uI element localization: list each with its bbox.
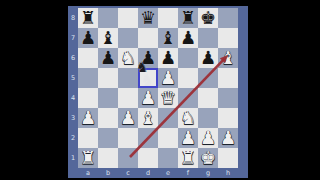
square-e7[interactable]: ♝ <box>158 28 178 48</box>
piece-black-rook-f8[interactable]: ♜ <box>180 8 196 28</box>
piece-white-pawn-a3[interactable]: ♟ <box>80 108 96 128</box>
rank-label-2: 2 <box>68 128 78 148</box>
square-e8[interactable] <box>158 8 178 28</box>
square-h6[interactable]: ♝ <box>218 48 238 68</box>
square-c3[interactable]: ♟ <box>118 108 138 128</box>
piece-white-bishop-d3[interactable]: ♝ <box>140 108 156 128</box>
square-h7[interactable] <box>218 28 238 48</box>
piece-black-pawn-a7[interactable]: ♟ <box>80 28 96 48</box>
piece-white-knight-f3[interactable]: ♞ <box>180 108 196 128</box>
rank-label-1: 1 <box>68 148 78 168</box>
piece-black-bishop-e7[interactable]: ♝ <box>160 28 176 48</box>
piece-white-knight-c6[interactable]: ♞ <box>120 48 136 68</box>
square-e5[interactable]: ♟ <box>158 68 178 88</box>
square-h1[interactable] <box>218 148 238 168</box>
piece-black-rook-a8[interactable]: ♜ <box>80 8 96 28</box>
piece-white-queen-e4[interactable]: ♛ <box>160 88 176 108</box>
square-a5[interactable] <box>78 68 98 88</box>
square-b4[interactable] <box>98 88 118 108</box>
square-c1[interactable] <box>118 148 138 168</box>
square-c6[interactable]: ♞ <box>118 48 138 68</box>
square-g8[interactable]: ♚ <box>198 8 218 28</box>
rank-label-8: 8 <box>68 8 78 28</box>
square-a3[interactable]: ♟ <box>78 108 98 128</box>
square-a4[interactable] <box>78 88 98 108</box>
square-g1[interactable]: ♚ <box>198 148 218 168</box>
piece-white-pawn-c3[interactable]: ♟ <box>120 108 136 128</box>
square-h3[interactable] <box>218 108 238 128</box>
file-labels: abcdefgh <box>78 168 238 178</box>
file-label-b: b <box>98 168 118 178</box>
rank-label-4: 4 <box>68 88 78 108</box>
piece-black-pawn-g6[interactable]: ♟ <box>200 48 216 68</box>
square-f7[interactable]: ♟ <box>178 28 198 48</box>
piece-white-rook-a1[interactable]: ♜ <box>80 148 96 168</box>
piece-white-pawn-h2[interactable]: ♟ <box>220 128 236 148</box>
square-c4[interactable] <box>118 88 138 108</box>
file-label-c: c <box>118 168 138 178</box>
piece-white-pawn-f2[interactable]: ♟ <box>180 128 196 148</box>
square-g4[interactable] <box>198 88 218 108</box>
file-label-d: d <box>138 168 158 178</box>
square-f2[interactable]: ♟ <box>178 128 198 148</box>
square-g3[interactable] <box>198 108 218 128</box>
square-g2[interactable]: ♟ <box>198 128 218 148</box>
square-f1[interactable]: ♜ <box>178 148 198 168</box>
rank-label-6: 6 <box>68 48 78 68</box>
piece-black-bishop-b7[interactable]: ♝ <box>100 28 116 48</box>
piece-white-pawn-g2[interactable]: ♟ <box>200 128 216 148</box>
piece-white-king-g1[interactable]: ♚ <box>200 148 216 168</box>
square-g5[interactable] <box>198 68 218 88</box>
piece-black-pawn-b6[interactable]: ♟ <box>100 48 116 68</box>
rank-label-5: 5 <box>68 68 78 88</box>
square-d6[interactable]: ♟ <box>138 48 158 68</box>
square-d7[interactable] <box>138 28 158 48</box>
video-frame: 87654321 abcdefgh ♜♛♜♚♟♝♝♟♟♞♟♟♟♝♟♟♛♟♟♝♞♟… <box>0 0 320 180</box>
piece-white-pawn-d4[interactable]: ♟ <box>140 88 156 108</box>
square-d3[interactable]: ♝ <box>138 108 158 128</box>
square-b7[interactable]: ♝ <box>98 28 118 48</box>
square-h4[interactable] <box>218 88 238 108</box>
square-e6[interactable]: ♟ <box>158 48 178 68</box>
square-f3[interactable]: ♞ <box>178 108 198 128</box>
square-f6[interactable] <box>178 48 198 68</box>
square-d5[interactable] <box>138 68 158 88</box>
square-b8[interactable] <box>98 8 118 28</box>
square-e1[interactable] <box>158 148 178 168</box>
piece-black-king-g8[interactable]: ♚ <box>200 8 216 28</box>
piece-white-rook-f1[interactable]: ♜ <box>180 148 196 168</box>
square-e2[interactable] <box>158 128 178 148</box>
square-a1[interactable]: ♜ <box>78 148 98 168</box>
board-frame: 87654321 abcdefgh ♜♛♜♚♟♝♝♟♟♞♟♟♟♝♟♟♛♟♟♝♞♟… <box>68 6 248 178</box>
rank-label-3: 3 <box>68 108 78 128</box>
square-h8[interactable] <box>218 8 238 28</box>
file-label-h: h <box>218 168 238 178</box>
rank-labels: 87654321 <box>68 8 78 168</box>
square-d8[interactable]: ♛ <box>138 8 158 28</box>
square-c5[interactable] <box>118 68 138 88</box>
square-e4[interactable]: ♛ <box>158 88 178 108</box>
chessboard[interactable]: ♜♛♜♚♟♝♝♟♟♞♟♟♟♝♟♟♛♟♟♝♞♟♟♟♜♜♚ <box>78 8 238 168</box>
square-e3[interactable] <box>158 108 178 128</box>
rank-label-7: 7 <box>68 28 78 48</box>
piece-black-pawn-d6[interactable]: ♟ <box>140 48 156 68</box>
square-b1[interactable] <box>98 148 118 168</box>
piece-black-pawn-e6[interactable]: ♟ <box>160 48 176 68</box>
piece-black-queen-d8[interactable]: ♛ <box>140 8 156 28</box>
square-b6[interactable]: ♟ <box>98 48 118 68</box>
square-b2[interactable] <box>98 128 118 148</box>
piece-white-bishop-h6[interactable]: ♝ <box>220 48 236 68</box>
square-a8[interactable]: ♜ <box>78 8 98 28</box>
file-label-a: a <box>78 168 98 178</box>
square-g7[interactable] <box>198 28 218 48</box>
square-d1[interactable] <box>138 148 158 168</box>
file-label-e: e <box>158 168 178 178</box>
square-f5[interactable] <box>178 68 198 88</box>
file-label-g: g <box>198 168 218 178</box>
file-label-f: f <box>178 168 198 178</box>
square-a2[interactable] <box>78 128 98 148</box>
square-a7[interactable]: ♟ <box>78 28 98 48</box>
square-c2[interactable] <box>118 128 138 148</box>
square-f8[interactable]: ♜ <box>178 8 198 28</box>
square-b5[interactable] <box>98 68 118 88</box>
square-c8[interactable] <box>118 8 138 28</box>
square-c7[interactable] <box>118 28 138 48</box>
piece-black-pawn-f7[interactable]: ♟ <box>180 28 196 48</box>
square-b3[interactable] <box>98 108 118 128</box>
piece-white-pawn-e5[interactable]: ♟ <box>160 68 176 88</box>
square-h2[interactable]: ♟ <box>218 128 238 148</box>
square-d4[interactable]: ♟ <box>138 88 158 108</box>
square-g6[interactable]: ♟ <box>198 48 218 68</box>
square-d2[interactable] <box>138 128 158 148</box>
square-a6[interactable] <box>78 48 98 68</box>
square-f4[interactable] <box>178 88 198 108</box>
square-h5[interactable] <box>218 68 238 88</box>
